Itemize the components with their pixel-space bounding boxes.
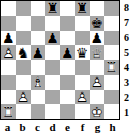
piece-black-rook-icon[interactable]: ♜ bbox=[75, 1, 90, 16]
square-e4[interactable] bbox=[60, 60, 75, 75]
square-c3[interactable]: ♝♗ bbox=[31, 75, 46, 90]
square-d8[interactable]: ♜ bbox=[45, 1, 60, 16]
rank-label-1: 1 bbox=[120, 105, 133, 120]
square-b1[interactable] bbox=[16, 104, 31, 119]
piece-black-rook-icon[interactable]: ♜ bbox=[45, 1, 60, 16]
file-label-c: c bbox=[30, 120, 45, 133]
black-pawn-glyph: ♟ bbox=[60, 45, 75, 60]
white-queen-glyph: ♕ bbox=[90, 45, 105, 60]
square-f2[interactable]: ♟♙ bbox=[75, 90, 90, 105]
square-b2[interactable]: ♟♙ bbox=[16, 90, 31, 105]
chess-diagram: ♜♜♚♟♟♟♟♙♞♟♟♛♛♕♜♖♝♗♟♙♟♙♟♙♜♖♚♔ 87654321 ab… bbox=[0, 0, 133, 133]
square-b5[interactable]: ♞ bbox=[16, 45, 31, 60]
square-e5[interactable]: ♟ bbox=[60, 45, 75, 60]
black-pawn-glyph: ♟ bbox=[31, 45, 46, 60]
file-label-g: g bbox=[90, 120, 105, 133]
square-g1[interactable]: ♚♔ bbox=[90, 104, 105, 119]
white-rook-glyph: ♖ bbox=[104, 60, 119, 75]
square-d5[interactable] bbox=[45, 45, 60, 60]
rank-label-2: 2 bbox=[120, 90, 133, 105]
square-d6[interactable]: ♟ bbox=[45, 31, 60, 46]
piece-black-queen-icon[interactable]: ♛ bbox=[75, 45, 90, 60]
piece-white-pawn-icon[interactable]: ♟♙ bbox=[90, 75, 105, 90]
rank-label-8: 8 bbox=[120, 0, 133, 15]
black-pawn-glyph: ♟ bbox=[90, 31, 105, 46]
square-h3[interactable] bbox=[104, 75, 119, 90]
square-b3[interactable] bbox=[16, 75, 31, 90]
square-a3[interactable] bbox=[1, 75, 16, 90]
square-f3[interactable] bbox=[75, 75, 90, 90]
square-b4[interactable] bbox=[16, 60, 31, 75]
square-d2[interactable] bbox=[45, 90, 60, 105]
square-e3[interactable] bbox=[60, 75, 75, 90]
square-g5[interactable]: ♛♕ bbox=[90, 45, 105, 60]
rank-label-5: 5 bbox=[120, 45, 133, 60]
square-h7[interactable] bbox=[104, 16, 119, 31]
black-pawn-glyph: ♟ bbox=[1, 31, 16, 46]
square-b8[interactable] bbox=[16, 1, 31, 16]
square-b6[interactable] bbox=[16, 31, 31, 46]
square-a4[interactable] bbox=[1, 60, 16, 75]
file-labels: abcdefgh bbox=[0, 120, 120, 133]
square-a6[interactable]: ♟ bbox=[1, 31, 16, 46]
square-h8[interactable] bbox=[104, 1, 119, 16]
file-label-f: f bbox=[75, 120, 90, 133]
file-label-b: b bbox=[15, 120, 30, 133]
piece-black-pawn-icon[interactable]: ♟ bbox=[90, 31, 105, 46]
square-a2[interactable] bbox=[1, 90, 16, 105]
square-h5[interactable] bbox=[104, 45, 119, 60]
square-g2[interactable] bbox=[90, 90, 105, 105]
black-rook-glyph: ♜ bbox=[45, 1, 60, 16]
square-f8[interactable]: ♜ bbox=[75, 1, 90, 16]
square-h1[interactable] bbox=[104, 104, 119, 119]
file-label-a: a bbox=[0, 120, 15, 133]
piece-white-pawn-icon[interactable]: ♟♙ bbox=[1, 45, 16, 60]
square-d4[interactable] bbox=[45, 60, 60, 75]
square-e8[interactable] bbox=[60, 1, 75, 16]
piece-black-pawn-icon[interactable]: ♟ bbox=[31, 45, 46, 60]
file-label-h: h bbox=[105, 120, 120, 133]
square-a8[interactable] bbox=[1, 1, 16, 16]
square-c8[interactable] bbox=[31, 1, 46, 16]
black-king-glyph: ♚ bbox=[90, 16, 105, 31]
square-c2[interactable] bbox=[31, 90, 46, 105]
white-rook-glyph: ♖ bbox=[1, 104, 16, 119]
square-h2[interactable] bbox=[104, 90, 119, 105]
white-king-glyph: ♔ bbox=[90, 104, 105, 119]
piece-white-rook-icon[interactable]: ♜♖ bbox=[104, 60, 119, 75]
white-pawn-glyph: ♙ bbox=[90, 75, 105, 90]
white-pawn-glyph: ♙ bbox=[75, 90, 90, 105]
corner-spacer bbox=[120, 120, 133, 133]
square-f1[interactable] bbox=[75, 104, 90, 119]
black-pawn-glyph: ♟ bbox=[45, 31, 60, 46]
square-g8[interactable] bbox=[90, 1, 105, 16]
piece-white-bishop-icon[interactable]: ♝♗ bbox=[31, 75, 46, 90]
white-pawn-glyph: ♙ bbox=[16, 90, 31, 105]
square-g6[interactable]: ♟ bbox=[90, 31, 105, 46]
file-label-e: e bbox=[60, 120, 75, 133]
square-g4[interactable] bbox=[90, 60, 105, 75]
square-a7[interactable] bbox=[1, 16, 16, 31]
piece-black-knight-icon[interactable]: ♞ bbox=[16, 45, 31, 60]
piece-black-pawn-icon[interactable]: ♟ bbox=[1, 31, 16, 46]
rank-label-7: 7 bbox=[120, 15, 133, 30]
square-d7[interactable] bbox=[45, 16, 60, 31]
square-c7[interactable] bbox=[31, 16, 46, 31]
square-d3[interactable] bbox=[45, 75, 60, 90]
piece-black-king-icon[interactable]: ♚ bbox=[90, 16, 105, 31]
square-e6[interactable] bbox=[60, 31, 75, 46]
square-e7[interactable] bbox=[60, 16, 75, 31]
rank-labels: 87654321 bbox=[120, 0, 133, 120]
square-h4[interactable]: ♜♖ bbox=[104, 60, 119, 75]
piece-white-king-icon[interactable]: ♚♔ bbox=[90, 104, 105, 119]
square-f4[interactable] bbox=[75, 60, 90, 75]
piece-black-pawn-icon[interactable]: ♟ bbox=[45, 31, 60, 46]
square-a1[interactable]: ♜♖ bbox=[1, 104, 16, 119]
square-e1[interactable] bbox=[60, 104, 75, 119]
rank-label-4: 4 bbox=[120, 60, 133, 75]
chess-board: ♜♜♚♟♟♟♟♙♞♟♟♛♛♕♜♖♝♗♟♙♟♙♟♙♜♖♚♔ bbox=[0, 0, 120, 120]
square-f5[interactable]: ♛ bbox=[75, 45, 90, 60]
black-rook-glyph: ♜ bbox=[75, 1, 90, 16]
square-c5[interactable]: ♟ bbox=[31, 45, 46, 60]
piece-white-pawn-icon[interactable]: ♟♙ bbox=[75, 90, 90, 105]
square-c6[interactable] bbox=[31, 31, 46, 46]
piece-white-pawn-icon[interactable]: ♟♙ bbox=[16, 90, 31, 105]
piece-white-queen-icon[interactable]: ♛♕ bbox=[90, 45, 105, 60]
square-g3[interactable]: ♟♙ bbox=[90, 75, 105, 90]
rank-label-3: 3 bbox=[120, 75, 133, 90]
square-c4[interactable] bbox=[31, 60, 46, 75]
white-pawn-glyph: ♙ bbox=[1, 45, 16, 60]
square-h6[interactable] bbox=[104, 31, 119, 46]
piece-black-pawn-icon[interactable]: ♟ bbox=[60, 45, 75, 60]
square-g7[interactable]: ♚ bbox=[90, 16, 105, 31]
square-b7[interactable] bbox=[16, 16, 31, 31]
white-bishop-glyph: ♗ bbox=[31, 75, 46, 90]
square-d1[interactable] bbox=[45, 104, 60, 119]
square-f7[interactable] bbox=[75, 16, 90, 31]
black-queen-glyph: ♛ bbox=[75, 45, 90, 60]
square-e2[interactable] bbox=[60, 90, 75, 105]
black-knight-glyph: ♞ bbox=[16, 45, 31, 60]
square-f6[interactable] bbox=[75, 31, 90, 46]
square-c1[interactable] bbox=[31, 104, 46, 119]
rank-label-6: 6 bbox=[120, 30, 133, 45]
square-a5[interactable]: ♟♙ bbox=[1, 45, 16, 60]
piece-white-rook-icon[interactable]: ♜♖ bbox=[1, 104, 16, 119]
file-label-d: d bbox=[45, 120, 60, 133]
